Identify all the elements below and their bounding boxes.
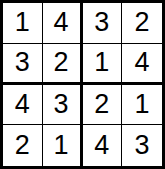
cell-r3c1[interactable]: 4	[3, 85, 43, 126]
cell-r3c2[interactable]: 3	[43, 85, 83, 126]
cell-r1c1[interactable]: 1	[3, 3, 43, 44]
cell-r1c2[interactable]: 4	[43, 3, 83, 44]
cell-r4c4[interactable]: 3	[122, 125, 162, 166]
sudoku-board: 1 4 3 2 3 2 1 4 4 3 2 1 2 1 4 3	[0, 0, 165, 169]
cell-r4c3[interactable]: 4	[83, 125, 123, 166]
cell-r3c3[interactable]: 2	[83, 85, 123, 126]
cell-r1c4[interactable]: 2	[122, 3, 162, 44]
cell-r1c3[interactable]: 3	[83, 3, 123, 44]
cell-r2c3[interactable]: 1	[83, 44, 123, 85]
cell-r2c4[interactable]: 4	[122, 44, 162, 85]
cell-r3c4[interactable]: 1	[122, 85, 162, 126]
cell-r2c1[interactable]: 3	[3, 44, 43, 85]
cell-r4c1[interactable]: 2	[3, 125, 43, 166]
cell-r2c2[interactable]: 2	[43, 44, 83, 85]
cell-r4c2[interactable]: 1	[43, 125, 83, 166]
